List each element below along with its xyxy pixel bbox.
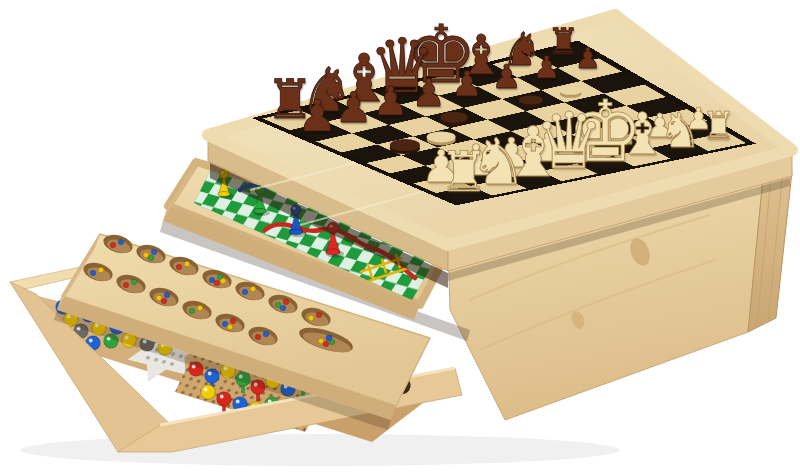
mancala-bead-green[interactable] <box>275 302 281 308</box>
peg-ball-yellow[interactable] <box>201 385 216 400</box>
mancala-bead-blue[interactable] <box>164 292 170 298</box>
mancala-bead-yellow[interactable] <box>220 278 226 284</box>
mancala-bead-red[interactable] <box>255 334 261 340</box>
mancala-bead-yellow[interactable] <box>308 315 314 321</box>
pawn-base <box>289 229 302 234</box>
mancala-bead-blue[interactable] <box>326 335 332 341</box>
mancala-bead-red[interactable] <box>110 242 116 248</box>
ball-highlight <box>220 395 224 399</box>
pawn-base <box>218 192 230 197</box>
mancala-bead-yellow[interactable] <box>227 324 233 330</box>
mancala-bead-yellow[interactable] <box>318 338 324 344</box>
mancala-bead-blue[interactable] <box>263 331 269 337</box>
game-box-photo: ♜♞♟♝♟♚♟♛♟♝♟♞♟♜♟♟♟♟♜♟♞♟♝♟♚♟♛♟♝♟♞♜ <box>0 0 800 475</box>
mancala-bead-yellow[interactable] <box>156 295 162 301</box>
mancala-bead-blue[interactable] <box>118 239 124 245</box>
mancala-bead-red[interactable] <box>214 280 220 286</box>
mancala-bead-red[interactable] <box>283 299 289 305</box>
peg-ball-red[interactable] <box>217 392 232 413</box>
pawn-base <box>326 249 341 255</box>
ball <box>217 392 232 407</box>
mancala-bead-red[interactable] <box>176 264 182 270</box>
mancala-bead-blue[interactable] <box>209 277 215 283</box>
mancala-bead-yellow[interactable] <box>184 261 190 267</box>
pawn-base <box>254 208 267 213</box>
ball-highlight <box>236 400 240 404</box>
mancala-bead-red[interactable] <box>323 341 329 347</box>
mancala-bead-red[interactable] <box>123 282 129 288</box>
mancala-bead-red[interactable] <box>230 318 236 324</box>
mancala-bead-yellow[interactable] <box>98 267 104 273</box>
ball-highlight <box>208 372 212 376</box>
mancala-bead-yellow[interactable] <box>250 286 256 292</box>
mancala-bead-blue[interactable] <box>222 321 228 327</box>
mancala-bead-green[interactable] <box>189 308 195 314</box>
mancala-bead-blue[interactable] <box>280 305 286 311</box>
ball-highlight <box>204 388 208 392</box>
box-illustration <box>0 0 800 475</box>
mancala-bead-blue[interactable] <box>90 270 96 276</box>
mancala-bead-yellow[interactable] <box>197 305 203 311</box>
ball-highlight <box>89 339 93 343</box>
mancala-bead-green[interactable] <box>148 255 154 261</box>
mancala-bead-red[interactable] <box>316 312 322 318</box>
mancala-bead-red[interactable] <box>161 298 167 304</box>
ball <box>201 385 216 400</box>
mancala-bead-yellow[interactable] <box>143 252 149 258</box>
mancala-bead-green[interactable] <box>131 279 137 285</box>
mancala-bead-blue[interactable] <box>151 249 157 255</box>
mancala-bead-blue[interactable] <box>242 289 248 295</box>
